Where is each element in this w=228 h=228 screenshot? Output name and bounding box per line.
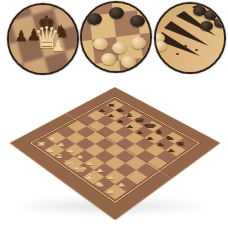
light-disc bbox=[131, 37, 146, 49]
light-disc bbox=[112, 42, 127, 54]
dark-disc bbox=[130, 15, 145, 27]
inset-chess-closeup: ♟♟♚♞♛♟ bbox=[7, 3, 79, 75]
board-hole-dot bbox=[195, 49, 198, 52]
board-scene: ♜♞♝♛♚♝♞♜♟♟♟♟♟♟♟♟♟♟♟♟♟♟♟♟♜♞♝♛♚♝♞♜ bbox=[0, 58, 228, 228]
dark-disc bbox=[87, 13, 102, 25]
board-hole-dot bbox=[176, 53, 179, 56]
inset-row: ♟♟♚♞♛♟ bbox=[0, 0, 228, 74]
white-knight: ♞ bbox=[92, 181, 108, 187]
dark-disc bbox=[214, 18, 226, 28]
inset-checkers-closeup bbox=[80, 1, 152, 73]
light-disc bbox=[101, 53, 116, 65]
white-bishop: ♝ bbox=[81, 173, 97, 180]
light-disc bbox=[154, 41, 167, 51]
inset-checkers-discs bbox=[82, 3, 150, 71]
dark-disc bbox=[109, 7, 124, 19]
inset-backgammon-checkers bbox=[156, 4, 224, 72]
closeup-chess-piece: ♟ bbox=[51, 39, 64, 54]
dark-disc bbox=[200, 21, 213, 31]
inset-chess-pieces: ♟♟♚♞♛♟ bbox=[9, 5, 77, 73]
light-disc bbox=[121, 56, 136, 68]
light-disc bbox=[93, 38, 108, 50]
product-photo: ♟♟♚♞♛♟ ♜♞♝♛♚♝♞♜♟♟♟♟♟♟♟♟♟♟♟♟♟♟♟♟♜♞♝♛♚♝♞♜ bbox=[0, 0, 228, 228]
chess-board-grid: ♜♞♝♛♚♝♞♜♟♟♟♟♟♟♟♟♟♟♟♟♟♟♟♟♜♞♝♛♚♝♞♜ bbox=[36, 100, 195, 199]
inset-backgammon-closeup bbox=[154, 2, 226, 74]
white-rook: ♜ bbox=[102, 189, 118, 195]
board-hole-dot bbox=[184, 45, 187, 48]
white-rook: ♜ bbox=[34, 142, 49, 147]
